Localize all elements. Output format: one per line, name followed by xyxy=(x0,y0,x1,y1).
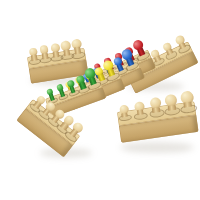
product-photo-montessori-cylinder-blocks xyxy=(0,0,200,200)
cast-shadow xyxy=(120,142,194,153)
knob-stem xyxy=(69,85,76,93)
back-left-knob xyxy=(71,38,83,56)
knob-stem xyxy=(49,93,55,100)
knob-stem xyxy=(168,104,177,110)
knob-stem xyxy=(42,53,48,60)
knob-stem xyxy=(74,47,82,54)
knob-stem xyxy=(88,76,97,86)
front-right-knob xyxy=(149,97,162,114)
knob-stem xyxy=(179,42,187,49)
knob-stem xyxy=(125,57,134,67)
knob-stem xyxy=(152,107,160,113)
front-right-knob xyxy=(179,90,194,110)
block-front-right-natural xyxy=(117,101,199,143)
front-right-knob xyxy=(164,94,178,113)
knob-stem xyxy=(79,81,86,89)
back-left-knob xyxy=(29,47,39,62)
knob-stem xyxy=(137,47,146,57)
knob-stem xyxy=(137,110,144,115)
knob-stem xyxy=(166,49,173,56)
knob-stem xyxy=(59,89,65,97)
back-left-knob xyxy=(39,45,50,61)
back-left-knob xyxy=(50,43,61,59)
front-right-knob xyxy=(134,101,146,117)
knob-stem xyxy=(154,55,161,62)
knob-stem xyxy=(53,51,60,58)
knob-stem xyxy=(107,68,116,77)
front-right-knob xyxy=(119,104,130,118)
knob-stem xyxy=(31,55,37,62)
knob-stem xyxy=(63,49,70,56)
knob-stem xyxy=(183,102,192,108)
knob-stem xyxy=(121,112,127,117)
